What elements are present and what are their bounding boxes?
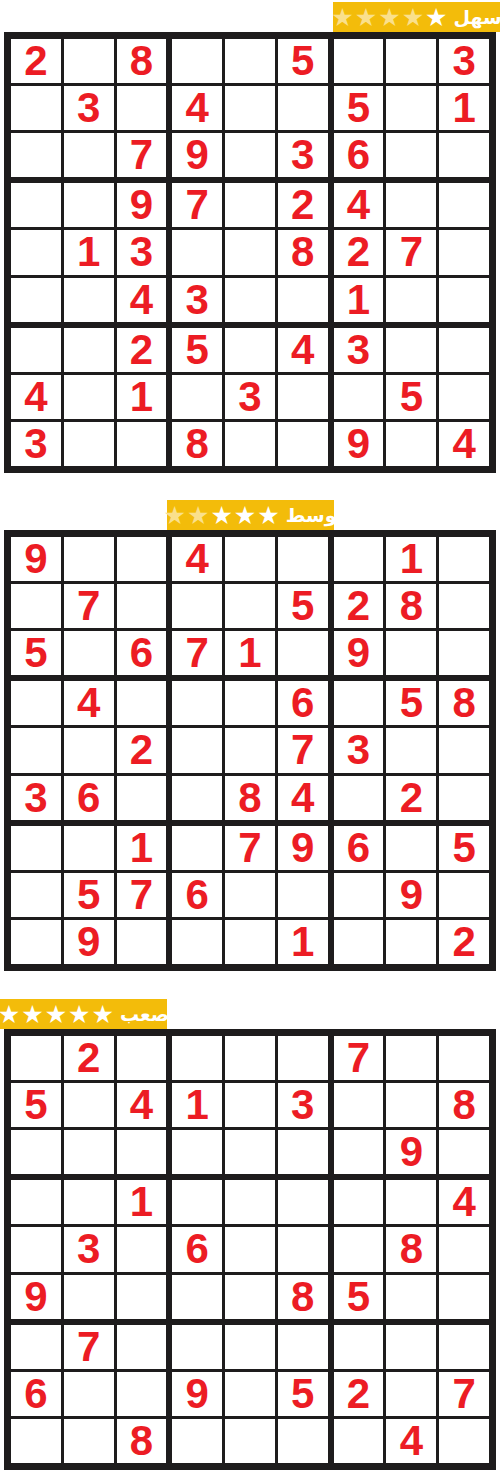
sudoku-cell-hard-r8c4[interactable]: 9 <box>172 1372 222 1416</box>
sudoku-cell-medium-r7c4[interactable] <box>172 826 222 870</box>
sudoku-cell-medium-r3c7[interactable]: 9 <box>334 631 384 675</box>
sudoku-cell-easy-r1c3[interactable]: 8 <box>117 39 167 83</box>
puzzle-medium: ★★★★★ وسط 975645711289423667845832157979… <box>0 500 500 971</box>
sudoku-cell-easy-r2c1[interactable] <box>11 86 61 130</box>
sudoku-cell-medium-r6c7[interactable] <box>334 776 384 820</box>
sudoku-box-2: 4571 <box>172 537 327 675</box>
sudoku-cell-easy-r4c4[interactable]: 7 <box>172 183 222 227</box>
sudoku-cell-easy-r2c7[interactable]: 5 <box>334 86 384 130</box>
sudoku-cell-medium-r4c3[interactable] <box>117 681 167 725</box>
sudoku-cell-hard-r3c7[interactable] <box>334 1130 384 1174</box>
sudoku-cell-hard-r7c1[interactable] <box>11 1325 61 1369</box>
sudoku-cell-medium-r5c7[interactable]: 3 <box>334 728 384 772</box>
sudoku-cell-easy-r5c1[interactable] <box>11 230 61 274</box>
sudoku-cell-medium-r1c3[interactable] <box>117 537 167 581</box>
sudoku-cell-medium-r4c7[interactable] <box>334 681 384 725</box>
sudoku-cell-hard-r3c6[interactable] <box>278 1130 328 1174</box>
sudoku-box-1: 9756 <box>11 537 166 675</box>
sudoku-cell-hard-r3c8[interactable]: 9 <box>386 1130 436 1174</box>
sudoku-cell-medium-r3c5[interactable]: 1 <box>225 631 275 675</box>
sudoku-cell-hard-r6c9[interactable] <box>439 1275 489 1319</box>
star-filled-icon: ★ <box>45 1002 67 1027</box>
sudoku-cell-medium-r8c5[interactable] <box>225 873 275 917</box>
sudoku-cell-hard-r3c4[interactable] <box>172 1130 222 1174</box>
sudoku-cell-hard-r7c4[interactable] <box>172 1325 222 1369</box>
sudoku-board-hard: 254137891396848576895274 <box>4 1029 496 1470</box>
sudoku-cell-easy-r6c6[interactable] <box>278 278 328 322</box>
sudoku-cell-medium-r4c9[interactable]: 8 <box>439 681 489 725</box>
sudoku-cell-easy-r4c7[interactable]: 4 <box>334 183 384 227</box>
sudoku-cell-medium-r4c2[interactable]: 4 <box>64 681 114 725</box>
sudoku-cell-easy-r3c4[interactable]: 9 <box>172 133 222 177</box>
sudoku-cell-medium-r5c4[interactable] <box>172 728 222 772</box>
star-filled-icon: ★ <box>257 503 279 528</box>
star-empty-icon: ★ <box>378 5 400 30</box>
sudoku-cell-medium-r8c7[interactable] <box>334 873 384 917</box>
star-filled-icon: ★ <box>21 1002 43 1027</box>
sudoku-cell-hard-r7c5[interactable] <box>225 1325 275 1369</box>
sudoku-cell-easy-r2c2[interactable]: 3 <box>64 86 114 130</box>
sudoku-cell-easy-r8c1[interactable]: 4 <box>11 375 61 419</box>
sudoku-cell-easy-r7c6[interactable]: 4 <box>278 328 328 372</box>
sudoku-cell-medium-r9c9[interactable]: 2 <box>439 920 489 964</box>
sudoku-cell-hard-r5c2[interactable]: 3 <box>64 1227 114 1271</box>
sudoku-box-5: 6784 <box>172 681 327 819</box>
sudoku-cell-easy-r9c6[interactable] <box>278 422 328 466</box>
difficulty-label-medium: ★★★★★ وسط <box>167 500 334 530</box>
sudoku-cell-hard-r4c8[interactable] <box>386 1180 436 1224</box>
sudoku-cell-hard-r1c7[interactable]: 7 <box>334 1036 384 1080</box>
sudoku-cell-easy-r6c8[interactable] <box>386 278 436 322</box>
sudoku-cell-easy-r8c6[interactable] <box>278 375 328 419</box>
star-empty-icon: ★ <box>355 5 377 30</box>
sudoku-cell-medium-r4c8[interactable]: 5 <box>386 681 436 725</box>
sudoku-cell-hard-r6c3[interactable] <box>117 1275 167 1319</box>
sudoku-cell-easy-r8c5[interactable]: 3 <box>225 375 275 419</box>
sudoku-cell-hard-r5c1[interactable] <box>11 1227 61 1271</box>
sudoku-cell-hard-r5c4[interactable]: 6 <box>172 1227 222 1271</box>
difficulty-word-easy: سهل <box>453 2 500 32</box>
difficulty-stars-easy: ★★★★★ <box>331 5 447 30</box>
sudoku-cell-hard-r7c2[interactable]: 7 <box>64 1325 114 1369</box>
sudoku-cell-medium-r3c4[interactable]: 7 <box>172 631 222 675</box>
sudoku-cell-easy-r6c5[interactable] <box>225 278 275 322</box>
sudoku-cell-hard-r1c9[interactable] <box>439 1036 489 1080</box>
sudoku-cell-easy-r5c2[interactable]: 1 <box>64 230 114 274</box>
sudoku-cell-hard-r1c6[interactable] <box>278 1036 328 1080</box>
sudoku-cell-easy-r2c4[interactable]: 4 <box>172 86 222 130</box>
sudoku-cell-easy-r4c6[interactable]: 2 <box>278 183 328 227</box>
sudoku-cell-hard-r2c4[interactable]: 1 <box>172 1083 222 1127</box>
sudoku-cell-easy-r9c3[interactable] <box>117 422 167 466</box>
sudoku-cell-hard-r3c5[interactable] <box>225 1130 275 1174</box>
sudoku-cell-medium-r1c9[interactable] <box>439 537 489 581</box>
sudoku-cell-medium-r8c3[interactable]: 7 <box>117 873 167 917</box>
sudoku-cell-easy-r7c8[interactable] <box>386 328 436 372</box>
sudoku-cell-hard-r2c9[interactable]: 8 <box>439 1083 489 1127</box>
sudoku-cell-easy-r1c4[interactable] <box>172 39 222 83</box>
sudoku-cell-easy-r1c7[interactable] <box>334 39 384 83</box>
sudoku-cell-hard-r9c9[interactable] <box>439 1419 489 1463</box>
star-filled-icon: ★ <box>92 1002 114 1027</box>
sudoku-cell-medium-r5c2[interactable] <box>64 728 114 772</box>
sudoku-cell-easy-r8c2[interactable] <box>64 375 114 419</box>
sudoku-cell-medium-r9c3[interactable] <box>117 920 167 964</box>
sudoku-cell-hard-r3c3[interactable] <box>117 1130 167 1174</box>
star-empty-icon: ★ <box>402 5 424 30</box>
sudoku-cell-hard-r6c2[interactable] <box>64 1275 114 1319</box>
star-filled-icon: ★ <box>425 5 447 30</box>
sudoku-box-9: 6592 <box>334 826 489 964</box>
difficulty-label-easy: ★★★★★ سهل <box>333 2 500 32</box>
sudoku-cell-hard-r2c7[interactable] <box>334 1083 384 1127</box>
sudoku-cell-hard-r5c3[interactable] <box>117 1227 167 1271</box>
sudoku-cell-hard-r3c1[interactable] <box>11 1130 61 1174</box>
sudoku-cell-medium-r2c4[interactable] <box>172 584 222 628</box>
sudoku-box-5: 68 <box>172 1180 327 1318</box>
sudoku-cell-easy-r2c6[interactable] <box>278 86 328 130</box>
sudoku-cell-hard-r1c3[interactable] <box>117 1036 167 1080</box>
sudoku-cell-medium-r7c6[interactable]: 9 <box>278 826 328 870</box>
sudoku-cell-medium-r5c5[interactable] <box>225 728 275 772</box>
sudoku-cell-hard-r5c7[interactable] <box>334 1227 384 1271</box>
sudoku-cell-hard-r2c6[interactable]: 3 <box>278 1083 328 1127</box>
sudoku-cell-medium-r5c1[interactable] <box>11 728 61 772</box>
sudoku-cell-medium-r4c1[interactable] <box>11 681 61 725</box>
star-filled-icon: ★ <box>68 1002 90 1027</box>
sudoku-cell-medium-r4c5[interactable] <box>225 681 275 725</box>
sudoku-cell-easy-r9c9[interactable]: 4 <box>439 422 489 466</box>
sudoku-cell-medium-r3c9[interactable] <box>439 631 489 675</box>
sudoku-box-9: 3594 <box>334 328 489 466</box>
sudoku-cell-hard-r1c2[interactable]: 2 <box>64 1036 114 1080</box>
sudoku-cell-hard-r7c3[interactable] <box>117 1325 167 1369</box>
sudoku-cell-medium-r9c1[interactable] <box>11 920 61 964</box>
sudoku-cell-hard-r9c6[interactable] <box>278 1419 328 1463</box>
sudoku-board-easy: 283754933516913472834271241354383594 <box>4 32 496 473</box>
sudoku-cell-medium-r6c4[interactable] <box>172 776 222 820</box>
sudoku-cell-hard-r6c7[interactable]: 5 <box>334 1275 384 1319</box>
sudoku-cell-hard-r9c3[interactable]: 8 <box>117 1419 167 1463</box>
sudoku-cell-medium-r3c2[interactable] <box>64 631 114 675</box>
sudoku-cell-hard-r8c3[interactable] <box>117 1372 167 1416</box>
sudoku-cell-medium-r8c4[interactable]: 6 <box>172 873 222 917</box>
sudoku-cell-medium-r9c7[interactable] <box>334 920 384 964</box>
sudoku-cell-hard-r4c7[interactable] <box>334 1180 384 1224</box>
sudoku-board-medium: 975645711289423667845832157979616592 <box>4 530 496 971</box>
sudoku-cell-medium-r8c1[interactable] <box>11 873 61 917</box>
sudoku-cell-medium-r1c5[interactable] <box>225 537 275 581</box>
sudoku-box-4: 9134 <box>11 183 166 321</box>
sudoku-page: ★★★★★ سهل 283754933516913472834271241354… <box>0 0 500 1476</box>
sudoku-box-3: 3516 <box>334 39 489 177</box>
sudoku-cell-easy-r9c8[interactable] <box>386 422 436 466</box>
sudoku-cell-easy-r5c3[interactable]: 3 <box>117 230 167 274</box>
sudoku-cell-hard-r4c2[interactable] <box>64 1180 114 1224</box>
sudoku-cell-easy-r9c7[interactable]: 9 <box>334 422 384 466</box>
sudoku-cell-easy-r6c4[interactable]: 3 <box>172 278 222 322</box>
difficulty-stars-hard: ★★★★★ <box>0 1002 114 1027</box>
sudoku-cell-medium-r5c6[interactable]: 7 <box>278 728 328 772</box>
sudoku-cell-easy-r2c5[interactable] <box>225 86 275 130</box>
sudoku-cell-hard-r4c3[interactable]: 1 <box>117 1180 167 1224</box>
sudoku-cell-easy-r4c8[interactable] <box>386 183 436 227</box>
sudoku-cell-medium-r2c6[interactable]: 5 <box>278 584 328 628</box>
sudoku-cell-easy-r3c7[interactable]: 6 <box>334 133 384 177</box>
sudoku-cell-easy-r3c9[interactable] <box>439 133 489 177</box>
sudoku-cell-easy-r9c5[interactable] <box>225 422 275 466</box>
sudoku-box-7: 1579 <box>11 826 166 964</box>
sudoku-box-7: 768 <box>11 1325 166 1463</box>
sudoku-cell-medium-r6c6[interactable]: 4 <box>278 776 328 820</box>
difficulty-banner-row-medium: ★★★★★ وسط <box>0 500 500 530</box>
sudoku-cell-medium-r8c6[interactable] <box>278 873 328 917</box>
sudoku-cell-medium-r8c9[interactable] <box>439 873 489 917</box>
difficulty-banner-row-hard: ★★★★★ صعب <box>0 999 500 1029</box>
sudoku-cell-hard-r8c6[interactable]: 5 <box>278 1372 328 1416</box>
sudoku-cell-hard-r1c5[interactable] <box>225 1036 275 1080</box>
sudoku-cell-easy-r1c6[interactable]: 5 <box>278 39 328 83</box>
sudoku-cell-hard-r1c8[interactable] <box>386 1036 436 1080</box>
sudoku-cell-medium-r1c7[interactable] <box>334 537 384 581</box>
sudoku-cell-easy-r3c1[interactable] <box>11 133 61 177</box>
sudoku-box-6: 485 <box>334 1180 489 1318</box>
sudoku-cell-medium-r6c3[interactable] <box>117 776 167 820</box>
sudoku-cell-easy-r3c2[interactable] <box>64 133 114 177</box>
sudoku-cell-hard-r2c3[interactable]: 4 <box>117 1083 167 1127</box>
sudoku-cell-medium-r7c2[interactable] <box>64 826 114 870</box>
sudoku-box-8: 5438 <box>172 328 327 466</box>
sudoku-cell-easy-r7c5[interactable] <box>225 328 275 372</box>
star-empty-icon: ★ <box>164 503 186 528</box>
sudoku-cell-medium-r7c3[interactable]: 1 <box>117 826 167 870</box>
sudoku-cell-medium-r6c9[interactable] <box>439 776 489 820</box>
sudoku-cell-medium-r1c4[interactable]: 4 <box>172 537 222 581</box>
sudoku-cell-easy-r4c3[interactable]: 9 <box>117 183 167 227</box>
sudoku-cell-easy-r9c1[interactable]: 3 <box>11 422 61 466</box>
sudoku-cell-hard-r9c8[interactable]: 4 <box>386 1419 436 1463</box>
star-empty-icon: ★ <box>187 503 209 528</box>
sudoku-cell-hard-r5c6[interactable] <box>278 1227 328 1271</box>
sudoku-cell-hard-r4c6[interactable] <box>278 1180 328 1224</box>
sudoku-cell-easy-r5c6[interactable]: 8 <box>278 230 328 274</box>
sudoku-box-4: 139 <box>11 1180 166 1318</box>
star-filled-icon: ★ <box>210 503 232 528</box>
sudoku-cell-hard-r8c5[interactable] <box>225 1372 275 1416</box>
sudoku-cell-hard-r3c9[interactable] <box>439 1130 489 1174</box>
sudoku-box-4: 4236 <box>11 681 166 819</box>
sudoku-cell-hard-r7c6[interactable] <box>278 1325 328 1369</box>
sudoku-cell-easy-r1c5[interactable] <box>225 39 275 83</box>
sudoku-cell-easy-r8c7[interactable] <box>334 375 384 419</box>
sudoku-cell-easy-r3c8[interactable] <box>386 133 436 177</box>
sudoku-cell-hard-r2c5[interactable] <box>225 1083 275 1127</box>
sudoku-cell-hard-r8c8[interactable] <box>386 1372 436 1416</box>
sudoku-cell-easy-r2c3[interactable] <box>117 86 167 130</box>
sudoku-cell-medium-r5c8[interactable] <box>386 728 436 772</box>
sudoku-cell-hard-r8c7[interactable]: 2 <box>334 1372 384 1416</box>
sudoku-cell-hard-r9c4[interactable] <box>172 1419 222 1463</box>
sudoku-cell-medium-r2c8[interactable]: 8 <box>386 584 436 628</box>
sudoku-cell-medium-r5c3[interactable]: 2 <box>117 728 167 772</box>
sudoku-cell-easy-r1c8[interactable] <box>386 39 436 83</box>
sudoku-cell-easy-r2c9[interactable]: 1 <box>439 86 489 130</box>
sudoku-box-1: 254 <box>11 1036 166 1174</box>
sudoku-cell-easy-r2c8[interactable] <box>386 86 436 130</box>
star-filled-icon: ★ <box>0 1002 20 1027</box>
sudoku-cell-medium-r8c2[interactable]: 5 <box>64 873 114 917</box>
sudoku-cell-hard-r8c9[interactable]: 7 <box>439 1372 489 1416</box>
sudoku-cell-easy-r4c2[interactable] <box>64 183 114 227</box>
puzzle-hard: ★★★★★ صعب 254137891396848576895274 <box>0 999 500 1470</box>
sudoku-cell-medium-r3c3[interactable]: 6 <box>117 631 167 675</box>
sudoku-cell-medium-r2c1[interactable] <box>11 584 61 628</box>
sudoku-cell-easy-r6c2[interactable] <box>64 278 114 322</box>
sudoku-box-8: 7961 <box>172 826 327 964</box>
sudoku-cell-medium-r9c6[interactable]: 1 <box>278 920 328 964</box>
sudoku-cell-medium-r2c2[interactable]: 7 <box>64 584 114 628</box>
sudoku-cell-easy-r6c7[interactable]: 1 <box>334 278 384 322</box>
sudoku-cell-medium-r3c1[interactable]: 5 <box>11 631 61 675</box>
sudoku-cell-easy-r8c9[interactable] <box>439 375 489 419</box>
sudoku-cell-easy-r5c8[interactable]: 7 <box>386 230 436 274</box>
sudoku-cell-easy-r5c9[interactable] <box>439 230 489 274</box>
star-empty-icon: ★ <box>331 5 353 30</box>
sudoku-cell-medium-r9c8[interactable] <box>386 920 436 964</box>
sudoku-cell-hard-r6c6[interactable]: 8 <box>278 1275 328 1319</box>
sudoku-cell-easy-r1c2[interactable] <box>64 39 114 83</box>
sudoku-cell-medium-r2c3[interactable] <box>117 584 167 628</box>
difficulty-label-hard: ★★★★★ صعب <box>0 999 167 1029</box>
sudoku-cell-medium-r6c5[interactable]: 8 <box>225 776 275 820</box>
sudoku-cell-hard-r9c7[interactable] <box>334 1419 384 1463</box>
sudoku-cell-hard-r7c9[interactable] <box>439 1325 489 1369</box>
sudoku-cell-easy-r7c3[interactable]: 2 <box>117 328 167 372</box>
sudoku-cell-hard-r4c9[interactable]: 4 <box>439 1180 489 1224</box>
sudoku-cell-easy-r7c1[interactable] <box>11 328 61 372</box>
sudoku-box-2: 5493 <box>172 39 327 177</box>
sudoku-cell-easy-r3c5[interactable] <box>225 133 275 177</box>
star-filled-icon: ★ <box>234 503 256 528</box>
sudoku-cell-easy-r1c1[interactable]: 2 <box>11 39 61 83</box>
sudoku-cell-hard-r5c5[interactable] <box>225 1227 275 1271</box>
sudoku-cell-hard-r2c1[interactable]: 5 <box>11 1083 61 1127</box>
sudoku-box-1: 2837 <box>11 39 166 177</box>
sudoku-box-5: 7283 <box>172 183 327 321</box>
sudoku-cell-medium-r4c6[interactable]: 6 <box>278 681 328 725</box>
sudoku-cell-medium-r2c5[interactable] <box>225 584 275 628</box>
sudoku-cell-easy-r7c7[interactable]: 3 <box>334 328 384 372</box>
sudoku-cell-easy-r3c3[interactable]: 7 <box>117 133 167 177</box>
sudoku-cell-medium-r1c6[interactable] <box>278 537 328 581</box>
sudoku-cell-hard-r6c1[interactable]: 9 <box>11 1275 61 1319</box>
sudoku-cell-medium-r4c4[interactable] <box>172 681 222 725</box>
sudoku-cell-easy-r5c7[interactable]: 2 <box>334 230 384 274</box>
sudoku-cell-medium-r6c1[interactable]: 3 <box>11 776 61 820</box>
sudoku-cell-medium-r1c2[interactable] <box>64 537 114 581</box>
sudoku-box-8: 95 <box>172 1325 327 1463</box>
sudoku-cell-easy-r9c2[interactable] <box>64 422 114 466</box>
sudoku-cell-medium-r1c1[interactable]: 9 <box>11 537 61 581</box>
sudoku-cell-hard-r5c8[interactable]: 8 <box>386 1227 436 1271</box>
sudoku-cell-hard-r1c1[interactable] <box>11 1036 61 1080</box>
sudoku-cell-easy-r4c5[interactable] <box>225 183 275 227</box>
sudoku-cell-easy-r7c9[interactable] <box>439 328 489 372</box>
sudoku-cell-easy-r7c4[interactable]: 5 <box>172 328 222 372</box>
sudoku-cell-easy-r6c1[interactable] <box>11 278 61 322</box>
sudoku-cell-medium-r7c9[interactable]: 5 <box>439 826 489 870</box>
difficulty-word-hard: صعب <box>120 999 169 1029</box>
sudoku-cell-easy-r8c3[interactable]: 1 <box>117 375 167 419</box>
sudoku-cell-hard-r9c2[interactable] <box>64 1419 114 1463</box>
sudoku-cell-easy-r8c4[interactable] <box>172 375 222 419</box>
sudoku-cell-hard-r5c9[interactable] <box>439 1227 489 1271</box>
sudoku-cell-easy-r4c1[interactable] <box>11 183 61 227</box>
sudoku-cell-hard-r6c4[interactable] <box>172 1275 222 1319</box>
sudoku-cell-hard-r2c2[interactable] <box>64 1083 114 1127</box>
sudoku-cell-hard-r6c5[interactable] <box>225 1275 275 1319</box>
sudoku-box-6: 4271 <box>334 183 489 321</box>
sudoku-cell-medium-r9c4[interactable] <box>172 920 222 964</box>
sudoku-cell-medium-r9c5[interactable] <box>225 920 275 964</box>
sudoku-cell-hard-r7c8[interactable] <box>386 1325 436 1369</box>
sudoku-cell-medium-r2c7[interactable]: 2 <box>334 584 384 628</box>
sudoku-cell-easy-r6c9[interactable] <box>439 278 489 322</box>
sudoku-cell-medium-r1c8[interactable]: 1 <box>386 537 436 581</box>
sudoku-cell-easy-r8c8[interactable]: 5 <box>386 375 436 419</box>
sudoku-cell-medium-r2c9[interactable] <box>439 584 489 628</box>
sudoku-box-9: 274 <box>334 1325 489 1463</box>
sudoku-cell-easy-r7c2[interactable] <box>64 328 114 372</box>
sudoku-cell-easy-r5c5[interactable] <box>225 230 275 274</box>
sudoku-cell-medium-r9c2[interactable]: 9 <box>64 920 114 964</box>
puzzle-easy: ★★★★★ سهل 283754933516913472834271241354… <box>0 0 500 473</box>
sudoku-cell-easy-r3c6[interactable]: 3 <box>278 133 328 177</box>
sudoku-cell-medium-r7c1[interactable] <box>11 826 61 870</box>
sudoku-cell-medium-r8c8[interactable]: 9 <box>386 873 436 917</box>
sudoku-cell-hard-r4c1[interactable] <box>11 1180 61 1224</box>
difficulty-word-medium: وسط <box>286 500 337 530</box>
sudoku-cell-easy-r6c3[interactable]: 4 <box>117 278 167 322</box>
sudoku-cell-hard-r9c1[interactable] <box>11 1419 61 1463</box>
sudoku-cell-hard-r8c2[interactable] <box>64 1372 114 1416</box>
sudoku-cell-medium-r7c8[interactable] <box>386 826 436 870</box>
sudoku-cell-hard-r8c1[interactable]: 6 <box>11 1372 61 1416</box>
sudoku-cell-medium-r5c9[interactable] <box>439 728 489 772</box>
sudoku-box-3: 1289 <box>334 537 489 675</box>
sudoku-cell-medium-r7c7[interactable]: 6 <box>334 826 384 870</box>
sudoku-cell-hard-r4c5[interactable] <box>225 1180 275 1224</box>
sudoku-cell-medium-r3c6[interactable] <box>278 631 328 675</box>
sudoku-cell-hard-r2c8[interactable] <box>386 1083 436 1127</box>
sudoku-cell-medium-r6c2[interactable]: 6 <box>64 776 114 820</box>
sudoku-cell-hard-r9c5[interactable] <box>225 1419 275 1463</box>
sudoku-cell-medium-r7c5[interactable]: 7 <box>225 826 275 870</box>
sudoku-cell-hard-r6c8[interactable] <box>386 1275 436 1319</box>
sudoku-cell-hard-r7c7[interactable] <box>334 1325 384 1369</box>
sudoku-cell-easy-r9c4[interactable]: 8 <box>172 422 222 466</box>
sudoku-cell-medium-r6c8[interactable]: 2 <box>386 776 436 820</box>
sudoku-cell-hard-r3c2[interactable] <box>64 1130 114 1174</box>
sudoku-box-6: 5832 <box>334 681 489 819</box>
sudoku-cell-easy-r1c9[interactable]: 3 <box>439 39 489 83</box>
sudoku-cell-medium-r3c8[interactable] <box>386 631 436 675</box>
difficulty-stars-medium: ★★★★★ <box>164 503 280 528</box>
sudoku-cell-easy-r5c4[interactable] <box>172 230 222 274</box>
sudoku-cell-hard-r4c4[interactable] <box>172 1180 222 1224</box>
sudoku-cell-hard-r1c4[interactable] <box>172 1036 222 1080</box>
sudoku-cell-easy-r4c9[interactable] <box>439 183 489 227</box>
